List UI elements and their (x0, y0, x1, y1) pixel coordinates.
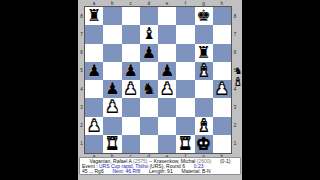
square-c4: ♟ (122, 80, 140, 98)
square-c7 (122, 25, 140, 43)
coord-label-1: 1 (233, 135, 238, 153)
last-move: 45 ... Rg6 (82, 169, 104, 174)
square-h6 (213, 44, 231, 62)
square-g5: ♝ (195, 62, 213, 80)
square-d8 (140, 7, 158, 25)
coord-label-2: 2 (233, 117, 238, 135)
coord-label-7: 7 (233, 25, 238, 43)
square-e4: ♟ (158, 80, 176, 98)
square-h4: ♟ (213, 80, 231, 98)
move-line: 45 ... Rg6 Next: 46.Rf8 Length: 91 Mater… (80, 169, 240, 174)
game-length: Length: 91 (149, 169, 173, 174)
black-pawn: ♟ (123, 63, 137, 79)
black-pawn: ♟ (105, 81, 119, 97)
square-a7 (85, 25, 103, 43)
square-b6 (103, 44, 121, 62)
video-frame: abcdefgh abcdefgh 87654321 87654321 ♜♚♝♟… (0, 0, 320, 180)
square-e7 (158, 25, 176, 43)
square-d2 (140, 117, 158, 135)
square-d4: ♞ (140, 80, 158, 98)
square-d7: ♝ (140, 25, 158, 43)
game-info-box: Vaganian, Rafael A (2575) -- Krasenkow, … (79, 157, 241, 175)
black-rook: ♜ (196, 45, 210, 61)
square-b4: ♟ (103, 80, 121, 98)
square-g2: ♝ (195, 117, 213, 135)
material-white-bishop-icon: ♝ (234, 77, 243, 87)
white-pawn: ♟ (215, 81, 229, 97)
square-f7 (176, 25, 194, 43)
square-a5: ♟ (85, 62, 103, 80)
next-move: Next: 46.Rf8 (112, 169, 140, 174)
square-b2 (103, 117, 121, 135)
square-c3 (122, 98, 140, 116)
square-a1 (85, 135, 103, 153)
coord-label-6: 6 (233, 44, 238, 62)
square-c6 (122, 44, 140, 62)
square-f2 (176, 117, 194, 135)
square-f8 (176, 7, 194, 25)
square-h5 (213, 62, 231, 80)
square-d3 (140, 98, 158, 116)
square-c1 (122, 135, 140, 153)
material-black-knight-icon: ♞ (234, 66, 243, 76)
square-b8 (103, 7, 121, 25)
square-f6 (176, 44, 194, 62)
square-a6 (85, 44, 103, 62)
square-h7 (213, 25, 231, 43)
black-bishop: ♝ (142, 26, 156, 42)
square-a4 (85, 80, 103, 98)
square-h8 (213, 7, 231, 25)
square-f4 (176, 80, 194, 98)
white-rook: ♜ (105, 136, 119, 152)
square-g8: ♚ (195, 7, 213, 25)
black-rook: ♜ (87, 8, 101, 24)
square-f5 (176, 62, 194, 80)
white-rook: ♜ (178, 136, 192, 152)
coord-label-8: 8 (233, 7, 238, 25)
square-d6: ♟ (140, 44, 158, 62)
square-a3 (85, 98, 103, 116)
square-e3 (158, 98, 176, 116)
coord-label-3: 3 (233, 98, 238, 116)
square-c8 (122, 7, 140, 25)
white-king: ♚ (196, 136, 210, 152)
square-b3: ♟ (103, 98, 121, 116)
square-b1: ♜ (103, 135, 121, 153)
square-e8 (158, 7, 176, 25)
square-f3 (176, 98, 194, 116)
white-pawn: ♟ (87, 118, 101, 134)
white-pawn: ♟ (160, 81, 174, 97)
square-g7 (195, 25, 213, 43)
white-pawn: ♟ (105, 99, 119, 115)
material-balance: Material: B-N (181, 169, 210, 174)
black-knight: ♞ (142, 81, 156, 97)
white-bishop: ♝ (196, 118, 210, 134)
white-bishop: ♝ (196, 63, 210, 79)
white-pawn: ♟ (123, 81, 137, 97)
square-e1 (158, 135, 176, 153)
material-tray: ♞ ♝ (233, 66, 243, 86)
square-c2 (122, 117, 140, 135)
square-h2 (213, 117, 231, 135)
black-pawn: ♟ (87, 63, 101, 79)
square-e6 (158, 44, 176, 62)
game-result: (0-1) (220, 159, 231, 164)
square-e2 (158, 117, 176, 135)
square-c5: ♟ (122, 62, 140, 80)
square-f1: ♜ (176, 135, 194, 153)
black-pawn: ♟ (142, 45, 156, 61)
square-h3 (213, 98, 231, 116)
square-b7 (103, 25, 121, 43)
square-e5: ♟ (158, 62, 176, 80)
square-g1: ♚ (195, 135, 213, 153)
square-d5 (140, 62, 158, 80)
black-king: ♚ (196, 8, 210, 24)
square-h1 (213, 135, 231, 153)
black-pawn: ♟ (160, 63, 174, 79)
board: ♜♚♝♟♜♟♟♟♝♟♟♞♟♟♟♟♝♜♜♚ (84, 6, 232, 154)
square-g4 (195, 80, 213, 98)
square-d1 (140, 135, 158, 153)
square-g3 (195, 98, 213, 116)
square-a2: ♟ (85, 117, 103, 135)
square-g6: ♜ (195, 44, 213, 62)
square-b5 (103, 62, 121, 80)
square-a8: ♜ (85, 7, 103, 25)
